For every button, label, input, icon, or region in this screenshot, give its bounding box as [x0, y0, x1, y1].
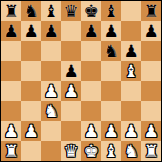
- piece-black-queen-d8: ♛: [63, 1, 78, 21]
- square-d6[interactable]: [61, 41, 81, 61]
- square-e6[interactable]: [81, 41, 101, 61]
- piece-white-rook-a1: ♜: [3, 141, 18, 161]
- square-d8[interactable]: ♛: [61, 1, 81, 21]
- piece-black-pawn-f7: ♟: [103, 21, 118, 41]
- square-h7[interactable]: ♟: [141, 21, 161, 41]
- square-f6[interactable]: ♞: [101, 41, 121, 61]
- square-e4[interactable]: [81, 81, 101, 101]
- square-f2[interactable]: ♟: [101, 121, 121, 141]
- square-g2[interactable]: ♟: [121, 121, 141, 141]
- square-f3[interactable]: [101, 101, 121, 121]
- piece-black-rook-h8: ♜: [143, 1, 158, 21]
- piece-white-queen-d1: ♛: [63, 141, 78, 161]
- square-h4[interactable]: [141, 81, 161, 101]
- piece-black-king-e8: ♚: [83, 1, 98, 21]
- square-c2[interactable]: [41, 121, 61, 141]
- square-g1[interactable]: ♞: [121, 141, 141, 161]
- square-c1[interactable]: [41, 141, 61, 161]
- square-g3[interactable]: [121, 101, 141, 121]
- square-h3[interactable]: [141, 101, 161, 121]
- piece-white-pawn-f2: ♟: [103, 121, 118, 141]
- square-e5[interactable]: [81, 61, 101, 81]
- piece-black-rook-a8: ♜: [3, 1, 18, 21]
- square-e2[interactable]: ♟: [81, 121, 101, 141]
- piece-black-pawn-d5: ♟: [63, 61, 78, 81]
- square-g4[interactable]: [121, 81, 141, 101]
- square-a3[interactable]: [1, 101, 21, 121]
- square-b8[interactable]: ♞: [21, 1, 41, 21]
- square-h2[interactable]: ♟: [141, 121, 161, 141]
- piece-black-pawn-e7: ♟: [83, 21, 98, 41]
- square-a6[interactable]: [1, 41, 21, 61]
- square-h1[interactable]: ♜: [141, 141, 161, 161]
- square-d1[interactable]: ♛: [61, 141, 81, 161]
- piece-black-knight-f6: ♞: [103, 41, 118, 61]
- piece-white-knight-g1: ♞: [123, 141, 138, 161]
- square-a2[interactable]: ♟: [1, 121, 21, 141]
- piece-white-king-e1: ♚: [83, 141, 98, 161]
- piece-white-pawn-g2: ♟: [123, 121, 138, 141]
- piece-black-bishop-f8: ♝: [103, 1, 118, 21]
- square-b2[interactable]: ♟: [21, 121, 41, 141]
- square-a4[interactable]: [1, 81, 21, 101]
- square-g7[interactable]: [121, 21, 141, 41]
- square-a7[interactable]: ♟: [1, 21, 21, 41]
- square-b3[interactable]: [21, 101, 41, 121]
- piece-black-pawn-g6: ♟: [123, 41, 138, 61]
- square-f7[interactable]: ♟: [101, 21, 121, 41]
- piece-black-pawn-a7: ♟: [3, 21, 18, 41]
- square-h6[interactable]: [141, 41, 161, 61]
- piece-black-knight-b8: ♞: [23, 1, 38, 21]
- square-g6[interactable]: ♟: [121, 41, 141, 61]
- chess-board: ♜♞♝♛♚♝♜♟♟♟♟♟♟♞♟♟♝♟♟♞♟♟♟♟♟♟♜♛♚♝♞♜: [0, 0, 162, 162]
- square-c8[interactable]: ♝: [41, 1, 61, 21]
- square-a5[interactable]: [1, 61, 21, 81]
- square-d3[interactable]: [61, 101, 81, 121]
- square-c4[interactable]: ♟: [41, 81, 61, 101]
- square-c6[interactable]: [41, 41, 61, 61]
- square-g8[interactable]: [121, 1, 141, 21]
- piece-white-knight-c3: ♞: [43, 101, 58, 121]
- piece-black-pawn-b7: ♟: [23, 21, 38, 41]
- piece-white-pawn-h2: ♟: [143, 121, 158, 141]
- square-f5[interactable]: [101, 61, 121, 81]
- piece-white-pawn-d4: ♟: [63, 81, 78, 101]
- piece-white-pawn-c4: ♟: [43, 81, 58, 101]
- piece-white-pawn-e2: ♟: [83, 121, 98, 141]
- square-e1[interactable]: ♚: [81, 141, 101, 161]
- piece-black-pawn-h7: ♟: [143, 21, 158, 41]
- square-f1[interactable]: ♝: [101, 141, 121, 161]
- square-d2[interactable]: [61, 121, 81, 141]
- square-f8[interactable]: ♝: [101, 1, 121, 21]
- square-e8[interactable]: ♚: [81, 1, 101, 21]
- square-c7[interactable]: ♟: [41, 21, 61, 41]
- square-b5[interactable]: [21, 61, 41, 81]
- square-b7[interactable]: ♟: [21, 21, 41, 41]
- square-b4[interactable]: [21, 81, 41, 101]
- square-d7[interactable]: [61, 21, 81, 41]
- square-f4[interactable]: [101, 81, 121, 101]
- square-a1[interactable]: ♜: [1, 141, 21, 161]
- square-g5[interactable]: ♝: [121, 61, 141, 81]
- square-d5[interactable]: ♟: [61, 61, 81, 81]
- piece-white-pawn-b2: ♟: [23, 121, 38, 141]
- piece-black-pawn-c7: ♟: [43, 21, 58, 41]
- square-h5[interactable]: [141, 61, 161, 81]
- piece-white-bishop-f1: ♝: [103, 141, 118, 161]
- square-a8[interactable]: ♜: [1, 1, 21, 21]
- square-b6[interactable]: [21, 41, 41, 61]
- square-e7[interactable]: ♟: [81, 21, 101, 41]
- square-c3[interactable]: ♞: [41, 101, 61, 121]
- piece-black-bishop-c8: ♝: [43, 1, 58, 21]
- square-b1[interactable]: [21, 141, 41, 161]
- square-h8[interactable]: ♜: [141, 1, 161, 21]
- piece-white-bishop-g5: ♝: [123, 61, 138, 81]
- piece-white-pawn-a2: ♟: [3, 121, 18, 141]
- square-c5[interactable]: [41, 61, 61, 81]
- square-e3[interactable]: [81, 101, 101, 121]
- piece-white-rook-h1: ♜: [143, 141, 158, 161]
- square-d4[interactable]: ♟: [61, 81, 81, 101]
